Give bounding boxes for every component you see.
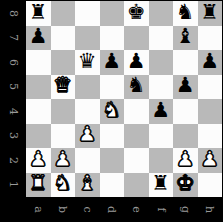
- piece-black-rook: ♜: [29, 2, 48, 23]
- piece-white-knight: ♞: [53, 173, 72, 194]
- piece-black-pawn: ♟: [151, 100, 170, 121]
- piece-white-knight: ♞: [102, 100, 121, 121]
- rank-label-8: 8: [0, 1, 26, 26]
- piece-black-king: ♚: [127, 2, 146, 23]
- square-d7[interactable]: [100, 26, 125, 51]
- square-h8[interactable]: ♜: [198, 1, 223, 26]
- square-a7[interactable]: ♟: [26, 26, 51, 51]
- piece-black-pawn: ♟: [102, 51, 121, 72]
- square-f8[interactable]: [149, 1, 174, 26]
- piece-black-pawn: ♟: [200, 51, 219, 72]
- square-h7[interactable]: [198, 26, 223, 51]
- square-g5[interactable]: ♟: [173, 75, 198, 100]
- square-a8[interactable]: ♜: [26, 1, 51, 26]
- file-label-c: c: [75, 197, 100, 222]
- square-h6[interactable]: ♟: [198, 50, 223, 75]
- square-a4[interactable]: [26, 99, 51, 124]
- square-f1[interactable]: ♜: [149, 173, 174, 198]
- piece-white-pawn: ♟: [200, 149, 219, 170]
- rank-label-3: 3: [0, 124, 26, 149]
- square-h5[interactable]: [198, 75, 223, 100]
- piece-black-rook: ♜: [151, 173, 170, 194]
- file-label-a: a: [26, 197, 51, 222]
- square-d5[interactable]: [100, 75, 125, 100]
- square-g2[interactable]: ♟: [173, 148, 198, 173]
- square-d4[interactable]: ♞: [100, 99, 125, 124]
- square-c3[interactable]: ♟: [75, 124, 100, 149]
- square-f7[interactable]: [149, 26, 174, 51]
- piece-white-king: ♚: [176, 173, 195, 194]
- square-e3[interactable]: [124, 124, 149, 149]
- square-e2[interactable]: [124, 148, 149, 173]
- square-g1[interactable]: ♚: [173, 173, 198, 198]
- piece-white-pawn: ♟: [78, 124, 97, 145]
- square-e6[interactable]: ♟: [124, 50, 149, 75]
- square-f2[interactable]: [149, 148, 174, 173]
- piece-white-pawn: ♟: [176, 149, 195, 170]
- square-b3[interactable]: [51, 124, 76, 149]
- rank-label-6: 6: [0, 50, 26, 75]
- board-file-labels: abcdefgh: [26, 197, 222, 222]
- piece-black-pawn: ♟: [29, 26, 48, 47]
- rank-label-5: 5: [0, 75, 26, 100]
- file-label-f: f: [149, 197, 174, 222]
- square-d1[interactable]: [100, 173, 125, 198]
- chess-diagram: 87654321 ♜♚♞♜♟♝♛♟♟♟♛♞♟♞♟♟♟♟♟♟♜♞♝♜♚ abcde…: [0, 0, 222, 222]
- square-b1[interactable]: ♞: [51, 173, 76, 198]
- square-b4[interactable]: [51, 99, 76, 124]
- square-h1[interactable]: [198, 173, 223, 198]
- square-e1[interactable]: [124, 173, 149, 198]
- square-h2[interactable]: ♟: [198, 148, 223, 173]
- square-c5[interactable]: [75, 75, 100, 100]
- file-label-h: h: [198, 197, 223, 222]
- square-a3[interactable]: [26, 124, 51, 149]
- piece-black-pawn: ♟: [176, 75, 195, 96]
- piece-black-knight: ♞: [176, 2, 195, 23]
- square-a6[interactable]: [26, 50, 51, 75]
- file-label-b: b: [51, 197, 76, 222]
- square-g3[interactable]: [173, 124, 198, 149]
- piece-black-knight: ♞: [127, 75, 146, 96]
- piece-black-pawn: ♟: [127, 51, 146, 72]
- square-f5[interactable]: [149, 75, 174, 100]
- rank-label-7: 7: [0, 26, 26, 51]
- square-c1[interactable]: ♝: [75, 173, 100, 198]
- square-a1[interactable]: ♜: [26, 173, 51, 198]
- square-f3[interactable]: [149, 124, 174, 149]
- square-d8[interactable]: [100, 1, 125, 26]
- square-f6[interactable]: [149, 50, 174, 75]
- piece-white-bishop: ♝: [78, 173, 97, 194]
- piece-black-rook: ♜: [200, 2, 219, 23]
- board-rank-labels: 87654321: [0, 1, 26, 197]
- square-b7[interactable]: [51, 26, 76, 51]
- square-g6[interactable]: [173, 50, 198, 75]
- square-c6[interactable]: ♛: [75, 50, 100, 75]
- square-b6[interactable]: [51, 50, 76, 75]
- square-g4[interactable]: [173, 99, 198, 124]
- square-g8[interactable]: ♞: [173, 1, 198, 26]
- square-e5[interactable]: ♞: [124, 75, 149, 100]
- piece-white-pawn: ♟: [29, 149, 48, 170]
- square-h4[interactable]: [198, 99, 223, 124]
- square-e4[interactable]: [124, 99, 149, 124]
- square-a5[interactable]: [26, 75, 51, 100]
- square-d6[interactable]: ♟: [100, 50, 125, 75]
- square-e7[interactable]: [124, 26, 149, 51]
- square-a2[interactable]: ♟: [26, 148, 51, 173]
- piece-black-queen: ♛: [78, 51, 97, 72]
- file-label-g: g: [173, 197, 198, 222]
- square-c2[interactable]: [75, 148, 100, 173]
- piece-white-pawn: ♟: [53, 149, 72, 170]
- square-e8[interactable]: ♚: [124, 1, 149, 26]
- square-h3[interactable]: [198, 124, 223, 149]
- square-g7[interactable]: ♝: [173, 26, 198, 51]
- rank-label-4: 4: [0, 99, 26, 124]
- square-d3[interactable]: [100, 124, 125, 149]
- square-c4[interactable]: [75, 99, 100, 124]
- file-label-e: e: [124, 197, 149, 222]
- square-d2[interactable]: [100, 148, 125, 173]
- square-b8[interactable]: [51, 1, 76, 26]
- piece-white-rook: ♜: [29, 173, 48, 194]
- square-b2[interactable]: ♟: [51, 148, 76, 173]
- piece-white-queen: ♛: [53, 75, 72, 96]
- square-f4[interactable]: ♟: [149, 99, 174, 124]
- rank-label-2: 2: [0, 148, 26, 173]
- square-b5[interactable]: ♛: [51, 75, 76, 100]
- piece-black-bishop: ♝: [176, 26, 195, 47]
- chessboard: ♜♚♞♜♟♝♛♟♟♟♛♞♟♞♟♟♟♟♟♟♜♞♝♜♚: [26, 1, 222, 197]
- file-label-d: d: [100, 197, 125, 222]
- square-c8[interactable]: [75, 1, 100, 26]
- rank-label-1: 1: [0, 173, 26, 198]
- square-c7[interactable]: [75, 26, 100, 51]
